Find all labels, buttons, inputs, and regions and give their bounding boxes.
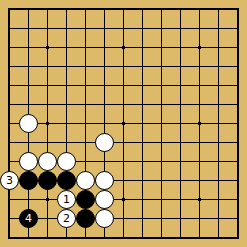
intersection-e7 (76, 114, 95, 133)
intersection-g13 (114, 0, 133, 19)
intersection-f9 (95, 76, 114, 95)
star-point (46, 122, 49, 125)
star-point (122, 46, 125, 49)
intersection-c10 (38, 57, 57, 76)
intersection-j3 (171, 190, 190, 209)
intersection-c13 (38, 0, 57, 19)
intersection-d1 (57, 228, 76, 247)
intersection-g1 (114, 228, 133, 247)
board-grid: 3142 (0, 0, 247, 247)
intersection-c9 (38, 76, 57, 95)
intersection-c5 (38, 152, 57, 171)
intersection-f11 (95, 38, 114, 57)
intersection-d9 (57, 76, 76, 95)
intersection-h6 (133, 133, 152, 152)
intersection-f7 (95, 114, 114, 133)
intersection-g5 (114, 152, 133, 171)
intersection-a5 (0, 152, 19, 171)
intersection-e1 (76, 228, 95, 247)
intersection-d3: 1 (57, 190, 76, 209)
intersection-h4 (133, 171, 152, 190)
intersection-g9 (114, 76, 133, 95)
intersection-j9 (171, 76, 190, 95)
intersection-a6 (0, 133, 19, 152)
white-stone: 3 (0, 171, 19, 190)
white-stone (19, 114, 38, 133)
intersection-g12 (114, 19, 133, 38)
intersection-a9 (0, 76, 19, 95)
intersection-m1 (228, 228, 247, 247)
white-stone (95, 133, 114, 152)
intersection-i8 (152, 95, 171, 114)
intersection-l12 (209, 19, 228, 38)
white-stone (95, 171, 114, 190)
intersection-l9 (209, 76, 228, 95)
star-point (122, 122, 125, 125)
intersection-h8 (133, 95, 152, 114)
intersection-j12 (171, 19, 190, 38)
intersection-f4 (95, 171, 114, 190)
intersection-d12 (57, 19, 76, 38)
intersection-f1 (95, 228, 114, 247)
intersection-i10 (152, 57, 171, 76)
intersection-k10 (190, 57, 209, 76)
intersection-m3 (228, 190, 247, 209)
intersection-g6 (114, 133, 133, 152)
intersection-m9 (228, 76, 247, 95)
intersection-k11 (190, 38, 209, 57)
intersection-g4 (114, 171, 133, 190)
intersection-e4 (76, 171, 95, 190)
star-point (198, 122, 201, 125)
intersection-i5 (152, 152, 171, 171)
white-stone: 2 (57, 209, 76, 228)
white-stone (57, 152, 76, 171)
intersection-j8 (171, 95, 190, 114)
intersection-h9 (133, 76, 152, 95)
intersection-e12 (76, 19, 95, 38)
intersection-a11 (0, 38, 19, 57)
intersection-l13 (209, 0, 228, 19)
intersection-d6 (57, 133, 76, 152)
intersection-g2 (114, 209, 133, 228)
intersection-f12 (95, 19, 114, 38)
intersection-c8 (38, 95, 57, 114)
star-point (46, 46, 49, 49)
intersection-j4 (171, 171, 190, 190)
intersection-l1 (209, 228, 228, 247)
intersection-j13 (171, 0, 190, 19)
intersection-a7 (0, 114, 19, 133)
intersection-k2 (190, 209, 209, 228)
intersection-k13 (190, 0, 209, 19)
intersection-g8 (114, 95, 133, 114)
intersection-m12 (228, 19, 247, 38)
intersection-a3 (0, 190, 19, 209)
black-stone (76, 190, 95, 209)
black-stone (19, 171, 38, 190)
intersection-e3 (76, 190, 95, 209)
intersection-h7 (133, 114, 152, 133)
intersection-h11 (133, 38, 152, 57)
intersection-j10 (171, 57, 190, 76)
intersection-a4: 3 (0, 171, 19, 190)
intersection-d10 (57, 57, 76, 76)
move-number: 1 (63, 194, 70, 205)
intersection-e13 (76, 0, 95, 19)
intersection-k9 (190, 76, 209, 95)
intersection-e2 (76, 209, 95, 228)
intersection-c7 (38, 114, 57, 133)
star-point (198, 198, 201, 201)
intersection-i11 (152, 38, 171, 57)
intersection-j5 (171, 152, 190, 171)
intersection-f6 (95, 133, 114, 152)
intersection-k4 (190, 171, 209, 190)
intersection-l3 (209, 190, 228, 209)
intersection-b8 (19, 95, 38, 114)
intersection-f5 (95, 152, 114, 171)
intersection-b5 (19, 152, 38, 171)
intersection-l7 (209, 114, 228, 133)
intersection-c6 (38, 133, 57, 152)
intersection-b1 (19, 228, 38, 247)
intersection-f2 (95, 209, 114, 228)
intersection-h1 (133, 228, 152, 247)
intersection-j7 (171, 114, 190, 133)
intersection-c4 (38, 171, 57, 190)
white-stone (76, 171, 95, 190)
intersection-c2 (38, 209, 57, 228)
intersection-l10 (209, 57, 228, 76)
intersection-i9 (152, 76, 171, 95)
intersection-d11 (57, 38, 76, 57)
intersection-l8 (209, 95, 228, 114)
black-stone: 4 (19, 209, 38, 228)
intersection-b11 (19, 38, 38, 57)
white-stone: 1 (57, 190, 76, 209)
intersection-m4 (228, 171, 247, 190)
intersection-c3 (38, 190, 57, 209)
star-point (122, 198, 125, 201)
intersection-d13 (57, 0, 76, 19)
intersection-b2: 4 (19, 209, 38, 228)
intersection-a8 (0, 95, 19, 114)
move-number: 3 (6, 175, 13, 186)
star-point (46, 198, 49, 201)
intersection-i12 (152, 19, 171, 38)
intersection-h5 (133, 152, 152, 171)
intersection-f13 (95, 0, 114, 19)
intersection-b10 (19, 57, 38, 76)
white-stone (19, 152, 38, 171)
intersection-b3 (19, 190, 38, 209)
intersection-b4 (19, 171, 38, 190)
intersection-k7 (190, 114, 209, 133)
intersection-l2 (209, 209, 228, 228)
intersection-b6 (19, 133, 38, 152)
intersection-c11 (38, 38, 57, 57)
intersection-k6 (190, 133, 209, 152)
intersection-k12 (190, 19, 209, 38)
intersection-f3 (95, 190, 114, 209)
intersection-i4 (152, 171, 171, 190)
intersection-a10 (0, 57, 19, 76)
intersection-l11 (209, 38, 228, 57)
intersection-e8 (76, 95, 95, 114)
intersection-d2: 2 (57, 209, 76, 228)
move-number: 2 (63, 213, 70, 224)
intersection-b7 (19, 114, 38, 133)
intersection-e6 (76, 133, 95, 152)
intersection-j2 (171, 209, 190, 228)
white-stone (38, 152, 57, 171)
intersection-f10 (95, 57, 114, 76)
intersection-h10 (133, 57, 152, 76)
black-stone (38, 171, 57, 190)
intersection-e9 (76, 76, 95, 95)
intersection-i2 (152, 209, 171, 228)
intersection-i6 (152, 133, 171, 152)
intersection-d7 (57, 114, 76, 133)
intersection-e5 (76, 152, 95, 171)
intersection-k3 (190, 190, 209, 209)
white-stone (95, 190, 114, 209)
intersection-j6 (171, 133, 190, 152)
intersection-m11 (228, 38, 247, 57)
intersection-f8 (95, 95, 114, 114)
black-stone (57, 171, 76, 190)
intersection-i3 (152, 190, 171, 209)
black-stone (76, 209, 95, 228)
intersection-a12 (0, 19, 19, 38)
intersection-k5 (190, 152, 209, 171)
intersection-d5 (57, 152, 76, 171)
intersection-l6 (209, 133, 228, 152)
intersection-m8 (228, 95, 247, 114)
intersection-d8 (57, 95, 76, 114)
intersection-m10 (228, 57, 247, 76)
intersection-d4 (57, 171, 76, 190)
intersection-g10 (114, 57, 133, 76)
intersection-i7 (152, 114, 171, 133)
star-point (198, 46, 201, 49)
intersection-b9 (19, 76, 38, 95)
intersection-c12 (38, 19, 57, 38)
intersection-g3 (114, 190, 133, 209)
intersection-k8 (190, 95, 209, 114)
intersection-a13 (0, 0, 19, 19)
intersection-h2 (133, 209, 152, 228)
intersection-b12 (19, 19, 38, 38)
intersection-h13 (133, 0, 152, 19)
intersection-m5 (228, 152, 247, 171)
intersection-e11 (76, 38, 95, 57)
intersection-h12 (133, 19, 152, 38)
intersection-a2 (0, 209, 19, 228)
go-board-diagram: 3142 (0, 0, 247, 247)
intersection-m13 (228, 0, 247, 19)
intersection-j11 (171, 38, 190, 57)
intersection-j1 (171, 228, 190, 247)
intersection-c1 (38, 228, 57, 247)
white-stone (95, 209, 114, 228)
intersection-i1 (152, 228, 171, 247)
intersection-b13 (19, 0, 38, 19)
intersection-m7 (228, 114, 247, 133)
intersection-g11 (114, 38, 133, 57)
intersection-a1 (0, 228, 19, 247)
intersection-i13 (152, 0, 171, 19)
intersection-h3 (133, 190, 152, 209)
intersection-l5 (209, 152, 228, 171)
intersection-l4 (209, 171, 228, 190)
intersection-m6 (228, 133, 247, 152)
intersection-e10 (76, 57, 95, 76)
intersection-k1 (190, 228, 209, 247)
intersection-g7 (114, 114, 133, 133)
intersection-m2 (228, 209, 247, 228)
move-number: 4 (25, 213, 32, 224)
